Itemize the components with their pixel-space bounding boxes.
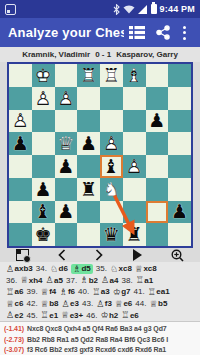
battery-icon	[151, 4, 157, 14]
square-f6[interactable]	[55, 178, 78, 201]
square-c6[interactable]	[123, 178, 146, 201]
move[interactable]: ♔g7	[113, 287, 131, 297]
square-c1[interactable]: ♝♗	[123, 64, 146, 87]
engine-panel: (-1.41)Nxc8 Qxc8 Qxh4 a5 Qf4 Ra6 Ba3 a4 …	[0, 321, 200, 355]
move-list-button[interactable]	[124, 20, 150, 46]
square-g1[interactable]: ♚♔	[32, 64, 55, 87]
square-b8[interactable]	[146, 223, 169, 246]
move-number: 43.	[82, 299, 93, 308]
overflow-menu-button[interactable]	[176, 20, 192, 46]
black-pawn: ♟	[57, 202, 74, 221]
move-row: ♙e245.♖e1♕e3+46.♔h2♖e6	[6, 309, 200, 321]
move-number: 38.	[122, 276, 133, 285]
square-d1[interactable]: ♜♖	[100, 64, 123, 87]
signal-icon	[138, 5, 147, 14]
square-b1[interactable]	[146, 64, 169, 87]
white-pawn: ♟♙	[126, 157, 143, 176]
move[interactable]: ♕b5	[149, 299, 167, 309]
engine-eval: (-2.73)	[4, 336, 24, 343]
square-d4[interactable]: ♟♙	[100, 132, 123, 155]
game-header: Kramnik, Vladimir 0 - 1 Kasparov, Garry	[0, 47, 200, 62]
square-g6[interactable]: ♟	[32, 178, 55, 201]
board-toolbar	[0, 248, 200, 262]
bluetooth-icon	[113, 4, 120, 15]
move-number: 36.	[6, 276, 17, 285]
move-number: 45.	[26, 311, 37, 320]
black-pawn: ♟	[80, 134, 97, 153]
square-d3[interactable]	[100, 110, 123, 133]
square-e2[interactable]	[77, 87, 100, 110]
square-c4[interactable]	[123, 132, 146, 155]
white-rook: ♜♖	[103, 66, 120, 85]
white-rook: ♜♖	[80, 66, 97, 85]
engine-pv: Bb2 Rb8 Ra1 a5 Qd2 Ra8 Ra4 Bf6 Qc3 Bc6 I	[27, 336, 168, 343]
wifi-icon	[123, 4, 135, 14]
square-a5[interactable]	[168, 155, 191, 178]
move[interactable]: ♕xh4	[20, 275, 42, 285]
black-queen: ♛	[103, 225, 120, 244]
square-c2[interactable]	[123, 87, 146, 110]
white-pawn: ♟♙	[12, 111, 29, 130]
chess-board[interactable]: ♚♔♜♖♜♖♝♗♟♙♟♙♟♙♟♟♛♕♟♟♙♟♝♟♙♟♜♞♘♝♟♟♚♛♜	[7, 62, 193, 248]
move[interactable]: ♕c6	[6, 299, 23, 309]
square-a2[interactable]	[168, 87, 191, 110]
engine-eval: (-1.41)	[4, 325, 24, 332]
move[interactable]: ♕e3+	[61, 310, 83, 320]
previous-move-button[interactable]	[58, 248, 66, 262]
move[interactable]: ♘xc8	[110, 264, 132, 274]
move[interactable]: ♕xc8	[135, 264, 157, 274]
square-e6[interactable]: ♜	[77, 178, 100, 201]
black-pawn: ♟	[57, 157, 74, 176]
square-c8[interactable]: ♜	[123, 223, 146, 246]
clock: 9:44 PM	[160, 4, 195, 14]
square-h5[interactable]	[9, 155, 32, 178]
square-b5[interactable]	[146, 155, 169, 178]
black-pawn: ♟	[12, 134, 29, 153]
move[interactable]: ♙f3	[96, 299, 112, 309]
white-player: Kramnik, Vladimir	[22, 50, 90, 59]
black-player: Kasparov, Garry	[116, 50, 178, 59]
move-number: 44.	[135, 299, 146, 308]
square-g5[interactable]	[32, 155, 55, 178]
engine-eval: (-3.07)	[4, 346, 24, 353]
square-g3[interactable]	[32, 110, 55, 133]
square-a1[interactable]	[168, 64, 191, 87]
black-bishop: ♝	[35, 202, 52, 221]
engine-line[interactable]: (-3.07)f3 Rc6 Bb2 exf3 gxf3 Rcxd6 cxd6 R…	[4, 344, 200, 355]
chevron-left-icon	[58, 249, 66, 261]
square-c3[interactable]	[123, 110, 146, 133]
status-bar: 9:44 PM	[0, 0, 200, 18]
black-king: ♚	[35, 225, 52, 244]
list-icon	[129, 26, 145, 39]
white-king: ♚♔	[35, 66, 52, 85]
share-icon	[156, 25, 170, 40]
play-icon	[132, 249, 142, 261]
square-h8[interactable]	[9, 223, 32, 246]
notification-icon	[5, 4, 16, 15]
black-rook: ♜	[80, 180, 97, 199]
move-number: 34.	[36, 264, 47, 273]
square-a3[interactable]	[168, 110, 191, 133]
white-pawn: ♟♙	[35, 89, 52, 108]
square-g4[interactable]	[32, 132, 55, 155]
engine-pv: Nxc8 Qxc8 Qxh4 a5 Qf4 Ra6 Ba3 a4 g3 Qd7	[27, 325, 167, 332]
move[interactable]: ♗b2	[80, 275, 98, 285]
move[interactable]: ♔h2	[100, 310, 118, 320]
move[interactable]: ♘d6	[50, 264, 68, 274]
black-pawn: ♟	[35, 180, 52, 199]
move[interactable]: ♗d5	[71, 264, 93, 274]
white-pawn: ♟♙	[103, 134, 120, 153]
white-knight: ♞♘	[103, 180, 120, 199]
square-d7[interactable]	[100, 201, 123, 224]
square-a4[interactable]	[168, 132, 191, 155]
square-b2[interactable]	[146, 87, 169, 110]
black-rook: ♜	[126, 225, 143, 244]
move[interactable]: ♕e6	[115, 299, 132, 309]
square-f5[interactable]: ♟	[55, 155, 78, 178]
square-f4[interactable]: ♛♕	[55, 132, 78, 155]
square-e1[interactable]: ♜♖	[77, 64, 100, 87]
square-b3[interactable]: ♟	[146, 110, 169, 133]
move-row: 36.♕xh4♙a537.♗b2♙a438.♖a1	[6, 275, 200, 287]
move[interactable]: ♖a1	[136, 275, 153, 285]
move[interactable]: ♙e2	[6, 310, 23, 320]
engine-line[interactable]: (-2.73)Bb2 Rb8 Ra1 a5 Qd2 Ra8 Ra4 Bf6 Qc…	[4, 334, 200, 345]
zoom-in-icon	[171, 249, 184, 262]
black-bishop: ♝	[103, 157, 120, 176]
square-c5[interactable]: ♟♙	[123, 155, 146, 178]
move-number: 46.	[86, 311, 97, 320]
black-pawn: ♟	[171, 202, 188, 221]
engine-line[interactable]: (-1.41)Nxc8 Qxc8 Qxh4 a5 Qf4 Ra6 Ba3 a4 …	[4, 323, 200, 334]
move-row: ♕c642.♕b8♙e343.♙f3♕e644.♕b5	[6, 298, 200, 310]
square-f7[interactable]: ♟	[55, 201, 78, 224]
zoom-in-button[interactable]	[171, 248, 184, 262]
square-e8[interactable]	[77, 223, 100, 246]
square-a8[interactable]	[168, 223, 191, 246]
move[interactable]: ♙a5	[46, 275, 63, 285]
move-number: 35.	[96, 264, 107, 273]
app-title: Analyze your Ches...	[8, 25, 124, 40]
next-move-button[interactable]	[95, 248, 103, 262]
move[interactable]: ♗f6	[59, 287, 75, 297]
square-d8[interactable]: ♛	[100, 223, 123, 246]
square-a6[interactable]	[168, 178, 191, 201]
white-bishop: ♝♗	[126, 66, 143, 85]
move[interactable]: ♙a4	[101, 275, 118, 285]
square-h2[interactable]	[9, 87, 32, 110]
square-g8[interactable]: ♚	[32, 223, 55, 246]
square-e7[interactable]	[77, 201, 100, 224]
move-number: 42.	[26, 299, 37, 308]
app-bar: Analyze your Ches...	[0, 18, 200, 47]
flip-board-button[interactable]	[16, 248, 29, 262]
square-h1[interactable]	[9, 64, 32, 87]
move-number: 37.	[66, 276, 77, 285]
square-h6[interactable]	[9, 178, 32, 201]
square-e3[interactable]	[77, 110, 100, 133]
move-row: ♙axb334.♘d6♗d535.♘xc8♕xc8	[6, 263, 200, 275]
square-f1[interactable]	[55, 64, 78, 87]
move[interactable]: ♖a3	[92, 287, 109, 297]
move-row: ♖a639.♕f4♗f640.♖a3♔g741.♖ea1	[6, 286, 200, 298]
square-c7[interactable]	[123, 201, 146, 224]
square-b4[interactable]	[146, 132, 169, 155]
move[interactable]: ♖e6	[121, 310, 138, 320]
square-d5[interactable]: ♝	[100, 155, 123, 178]
share-button[interactable]	[150, 20, 176, 46]
move-number: 39.	[26, 287, 37, 296]
move-list: ♙axb334.♘d6♗d535.♘xc8♕xc836.♕xh4♙a537.♗b…	[0, 262, 200, 321]
square-f8[interactable]	[55, 223, 78, 246]
move-number: 41.	[134, 287, 145, 296]
chevron-right-icon	[95, 249, 103, 261]
overflow-icon	[183, 26, 186, 40]
move[interactable]: ♖ea1	[148, 287, 170, 297]
square-g2[interactable]: ♟♙	[32, 87, 55, 110]
square-f3[interactable]	[55, 110, 78, 133]
square-h7[interactable]	[9, 201, 32, 224]
engine-pv: f3 Rc6 Bb2 exf3 gxf3 Rcxd6 cxd6 Rxd6 Ra1	[27, 346, 166, 353]
move-number: 40.	[78, 287, 89, 296]
black-pawn: ♟	[148, 111, 165, 130]
game-result: 0 - 1	[95, 50, 111, 59]
move[interactable]: ♕f4	[41, 287, 57, 297]
square-d6[interactable]: ♞♘	[100, 178, 123, 201]
square-e4[interactable]: ♟	[77, 132, 100, 155]
square-e5[interactable]	[77, 155, 100, 178]
square-b7[interactable]	[146, 201, 169, 224]
square-f2[interactable]: ♟♙	[55, 87, 78, 110]
square-h3[interactable]: ♟♙	[9, 110, 32, 133]
square-h4[interactable]: ♟	[9, 132, 32, 155]
square-b6[interactable]	[146, 178, 169, 201]
flip-board-icon	[16, 249, 29, 261]
square-a7[interactable]: ♟	[168, 201, 191, 224]
move[interactable]: ♖a6	[6, 287, 23, 297]
move[interactable]: ♖e1	[41, 310, 58, 320]
white-queen: ♛♕	[57, 134, 74, 153]
square-d2[interactable]	[100, 87, 123, 110]
play-button[interactable]	[132, 248, 142, 262]
move[interactable]: ♙e3	[62, 299, 79, 309]
square-g7[interactable]: ♝	[32, 201, 55, 224]
move[interactable]: ♕b8	[41, 299, 59, 309]
white-pawn: ♟♙	[57, 89, 74, 108]
move[interactable]: ♙axb3	[6, 264, 33, 274]
